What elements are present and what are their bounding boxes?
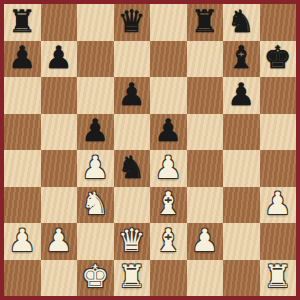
square-f5[interactable] <box>187 114 224 151</box>
square-a6[interactable] <box>4 77 41 114</box>
square-d8[interactable]: ♛ <box>114 4 151 41</box>
white-pawn-piece[interactable]: ♟ <box>8 225 36 256</box>
square-g7[interactable]: ♝ <box>223 41 260 78</box>
square-f4[interactable] <box>187 150 224 187</box>
square-d4[interactable]: ♞ <box>114 150 151 187</box>
square-d5[interactable] <box>114 114 151 151</box>
square-h7[interactable]: ♚ <box>260 41 297 78</box>
white-queen-piece[interactable]: ♛ <box>118 225 146 256</box>
square-d1[interactable]: ♜ <box>114 260 151 297</box>
square-e4[interactable]: ♟ <box>150 150 187 187</box>
black-bishop-piece[interactable]: ♝ <box>227 42 255 73</box>
square-e6[interactable] <box>150 77 187 114</box>
square-e8[interactable] <box>150 4 187 41</box>
square-f7[interactable] <box>187 41 224 78</box>
black-pawn-piece[interactable]: ♟ <box>81 115 109 146</box>
white-pawn-piece[interactable]: ♟ <box>264 188 292 219</box>
square-c7[interactable] <box>77 41 114 78</box>
square-a3[interactable] <box>4 187 41 224</box>
black-queen-piece[interactable]: ♛ <box>118 6 146 37</box>
square-h2[interactable] <box>260 223 297 260</box>
square-b4[interactable] <box>41 150 78 187</box>
black-rook-piece[interactable]: ♜ <box>8 6 36 37</box>
square-a2[interactable]: ♟ <box>4 223 41 260</box>
square-b5[interactable] <box>41 114 78 151</box>
white-rook-piece[interactable]: ♜ <box>118 261 146 292</box>
square-h1[interactable]: ♜ <box>260 260 297 297</box>
square-d7[interactable] <box>114 41 151 78</box>
square-h8[interactable] <box>260 4 297 41</box>
square-f1[interactable] <box>187 260 224 297</box>
white-knight-piece[interactable]: ♞ <box>81 188 109 219</box>
black-pawn-piece[interactable]: ♟ <box>227 79 255 110</box>
square-f6[interactable] <box>187 77 224 114</box>
black-rook-piece[interactable]: ♜ <box>191 6 219 37</box>
square-g5[interactable] <box>223 114 260 151</box>
square-e5[interactable]: ♟ <box>150 114 187 151</box>
square-d2[interactable]: ♛ <box>114 223 151 260</box>
square-f8[interactable]: ♜ <box>187 4 224 41</box>
square-h4[interactable] <box>260 150 297 187</box>
square-g2[interactable] <box>223 223 260 260</box>
square-a7[interactable]: ♟ <box>4 41 41 78</box>
black-pawn-piece[interactable]: ♟ <box>118 79 146 110</box>
square-b6[interactable] <box>41 77 78 114</box>
square-b7[interactable]: ♟ <box>41 41 78 78</box>
square-b2[interactable]: ♟ <box>41 223 78 260</box>
square-g3[interactable] <box>223 187 260 224</box>
square-d3[interactable] <box>114 187 151 224</box>
square-c6[interactable] <box>77 77 114 114</box>
square-e1[interactable] <box>150 260 187 297</box>
square-g6[interactable]: ♟ <box>223 77 260 114</box>
square-e2[interactable]: ♝ <box>150 223 187 260</box>
square-a1[interactable] <box>4 260 41 297</box>
square-c2[interactable] <box>77 223 114 260</box>
square-g4[interactable] <box>223 150 260 187</box>
square-b3[interactable] <box>41 187 78 224</box>
black-king-piece[interactable]: ♚ <box>264 42 292 73</box>
square-a8[interactable]: ♜ <box>4 4 41 41</box>
square-d6[interactable]: ♟ <box>114 77 151 114</box>
square-h6[interactable] <box>260 77 297 114</box>
square-h3[interactable]: ♟ <box>260 187 297 224</box>
white-pawn-piece[interactable]: ♟ <box>191 225 219 256</box>
white-bishop-piece[interactable]: ♝ <box>154 188 182 219</box>
square-c8[interactable] <box>77 4 114 41</box>
square-h5[interactable] <box>260 114 297 151</box>
square-a5[interactable] <box>4 114 41 151</box>
black-pawn-piece[interactable]: ♟ <box>154 115 182 146</box>
white-pawn-piece[interactable]: ♟ <box>154 152 182 183</box>
square-c5[interactable]: ♟ <box>77 114 114 151</box>
square-f2[interactable]: ♟ <box>187 223 224 260</box>
black-knight-piece[interactable]: ♞ <box>118 152 146 183</box>
square-e7[interactable] <box>150 41 187 78</box>
square-g1[interactable] <box>223 260 260 297</box>
square-a4[interactable] <box>4 150 41 187</box>
square-c4[interactable]: ♟ <box>77 150 114 187</box>
white-king-piece[interactable]: ♚ <box>81 261 109 292</box>
square-c3[interactable]: ♞ <box>77 187 114 224</box>
square-c1[interactable]: ♚ <box>77 260 114 297</box>
black-pawn-piece[interactable]: ♟ <box>8 42 36 73</box>
white-rook-piece[interactable]: ♜ <box>264 261 292 292</box>
white-pawn-piece[interactable]: ♟ <box>45 225 73 256</box>
black-knight-piece[interactable]: ♞ <box>227 6 255 37</box>
square-f3[interactable] <box>187 187 224 224</box>
square-g8[interactable]: ♞ <box>223 4 260 41</box>
chess-board: ♜♛♜♞♟♟♝♚♟♟♟♟♟♞♟♞♝♟♟♟♛♝♟♚♜♜ <box>0 0 300 300</box>
white-pawn-piece[interactable]: ♟ <box>81 152 109 183</box>
square-b8[interactable] <box>41 4 78 41</box>
square-b1[interactable] <box>41 260 78 297</box>
square-e3[interactable]: ♝ <box>150 187 187 224</box>
white-bishop-piece[interactable]: ♝ <box>154 225 182 256</box>
black-pawn-piece[interactable]: ♟ <box>45 42 73 73</box>
